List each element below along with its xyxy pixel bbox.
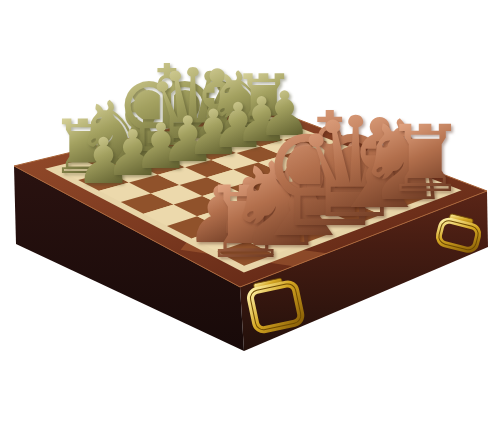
chess-set-product-photo: ♜♞♝♚♛♝♞♜♟♟♟♟♟♟♟♟♟♟♟♟♟♟♟♟♜♞♝♚♛♝♞♜ <box>0 0 500 423</box>
copper-rook-h1[interactable]: ♜ <box>384 113 467 206</box>
